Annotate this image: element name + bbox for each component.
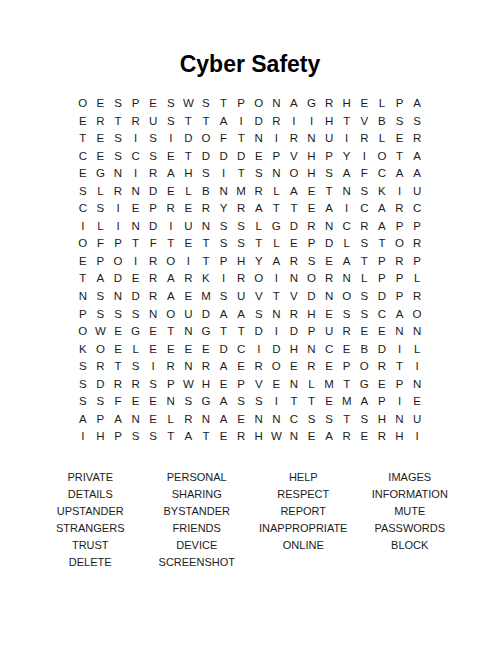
grid-cell-r2c14: I <box>303 113 321 131</box>
grid-cell-r8c16: C <box>338 218 356 236</box>
grid-cell-r7c16: I <box>338 200 356 218</box>
grid-cell-r2c11: D <box>250 113 268 131</box>
grid-cell-r9c16: L <box>338 235 356 253</box>
grid-cell-r14c3: E <box>109 323 127 341</box>
grid-cell-r19c7: R <box>180 411 198 429</box>
grid-cell-r10c12: A <box>268 253 286 271</box>
grid-cell-r9c5: F <box>144 235 162 253</box>
grid-cell-r5c13: O <box>285 165 303 183</box>
grid-cell-r4c7: T <box>180 148 198 166</box>
grid-cell-r16c17: O <box>356 358 374 376</box>
grid-cell-r17c6: P <box>162 376 180 394</box>
grid-cell-r11c6: A <box>162 270 180 288</box>
grid-cell-r14c7: N <box>180 323 198 341</box>
grid-cell-r20c4: S <box>127 428 145 446</box>
grid-cell-r13c5: N <box>144 306 162 324</box>
grid-cell-r10c2: P <box>92 253 110 271</box>
grid-cell-r11c20: L <box>408 270 426 288</box>
grid-cell-r16c4: S <box>127 358 145 376</box>
grid-cell-r6c12: L <box>268 183 286 201</box>
word-item-screenshot: SCREENSHOT <box>159 554 235 571</box>
grid-cell-r9c15: D <box>320 235 338 253</box>
word-item-mute: MUTE <box>394 503 425 520</box>
grid-cell-r7c18: A <box>373 200 391 218</box>
grid-cell-r3c15: U <box>320 130 338 148</box>
grid-cell-r2c3: T <box>109 113 127 131</box>
grid-cell-r8c1: I <box>74 218 92 236</box>
grid-cell-r2c16: T <box>338 113 356 131</box>
grid-cell-r7c12: T <box>268 200 286 218</box>
grid-cell-r15c7: E <box>180 341 198 359</box>
grid-cell-r13c7: U <box>180 306 198 324</box>
grid-cell-r11c17: L <box>356 270 374 288</box>
grid-cell-r9c1: O <box>74 235 92 253</box>
grid-cell-r5c14: H <box>303 165 321 183</box>
grid-cell-r6c17: S <box>356 183 374 201</box>
grid-cell-r4c17: I <box>356 148 374 166</box>
grid-cell-r13c4: S <box>127 306 145 324</box>
grid-cell-r7c5: P <box>144 200 162 218</box>
grid-cell-r8c12: G <box>268 218 286 236</box>
grid-cell-r5c9: I <box>215 165 233 183</box>
grid-cell-r6c14: E <box>303 183 321 201</box>
grid-cell-r2c12: R <box>268 113 286 131</box>
grid-cell-r1c4: P <box>127 95 145 113</box>
grid-cell-r13c18: C <box>373 306 391 324</box>
grid-cell-r1c19: P <box>391 95 409 113</box>
grid-cell-r10c18: P <box>373 253 391 271</box>
grid-cell-r2c9: A <box>215 113 233 131</box>
grid-cell-r10c15: E <box>320 253 338 271</box>
grid-cell-r9c19: O <box>391 235 409 253</box>
grid-cell-r4c3: S <box>109 148 127 166</box>
grid-cell-r2c6: S <box>162 113 180 131</box>
grid-cell-r14c4: G <box>127 323 145 341</box>
grid-cell-r15c14: N <box>303 341 321 359</box>
grid-cell-r4c15: P <box>320 148 338 166</box>
grid-cell-r5c4: I <box>127 165 145 183</box>
grid-cell-r11c13: N <box>285 270 303 288</box>
grid-cell-r16c14: R <box>303 358 321 376</box>
grid-cell-r9c13: E <box>285 235 303 253</box>
grid-cell-r8c6: I <box>162 218 180 236</box>
grid-cell-r14c13: D <box>285 323 303 341</box>
grid-cell-r19c10: E <box>232 411 250 429</box>
grid-cell-r3c11: N <box>250 130 268 148</box>
grid-cell-r5c17: F <box>356 165 374 183</box>
grid-cell-r8c5: D <box>144 218 162 236</box>
grid-cell-r3c18: L <box>373 130 391 148</box>
grid-cell-r11c5: R <box>144 270 162 288</box>
grid-cell-r13c8: D <box>197 306 215 324</box>
grid-cell-r20c7: A <box>180 428 198 446</box>
word-item-device: DEVICE <box>176 537 217 554</box>
grid-cell-r18c8: G <box>197 393 215 411</box>
grid-cell-r4c11: E <box>250 148 268 166</box>
grid-cell-r10c8: T <box>197 253 215 271</box>
word-item-private: PRIVATE <box>68 469 113 486</box>
grid-cell-r17c5: S <box>144 376 162 394</box>
grid-cell-r11c16: N <box>338 270 356 288</box>
grid-cell-r2c8: T <box>197 113 215 131</box>
grid-cell-r10c10: H <box>232 253 250 271</box>
grid-cell-r10c5: R <box>144 253 162 271</box>
grid-cell-r7c11: A <box>250 200 268 218</box>
grid-cell-r2c17: V <box>356 113 374 131</box>
grid-cell-r20c5: S <box>144 428 162 446</box>
grid-cell-r1c8: S <box>197 95 215 113</box>
grid-cell-r19c20: U <box>408 411 426 429</box>
grid-cell-r13c1: P <box>74 306 92 324</box>
grid-cell-r1c16: H <box>338 95 356 113</box>
word-item-report: REPORT <box>280 503 326 520</box>
grid-cell-r16c18: R <box>373 358 391 376</box>
grid-cell-r8c19: P <box>391 218 409 236</box>
grid-cell-r7c15: A <box>320 200 338 218</box>
grid-cell-r14c18: E <box>373 323 391 341</box>
grid-cell-r11c10: R <box>232 270 250 288</box>
word-list-column-3: HELPRESPECTREPORTINAPPROPRIATEONLINE <box>250 469 357 571</box>
grid-cell-r3c5: S <box>144 130 162 148</box>
grid-cell-r11c9: I <box>215 270 233 288</box>
grid-cell-r3c1: T <box>74 130 92 148</box>
grid-cell-r9c14: P <box>303 235 321 253</box>
word-item-block: BLOCK <box>391 537 428 554</box>
grid-cell-r15c12: D <box>268 341 286 359</box>
grid-cell-r5c7: H <box>180 165 198 183</box>
grid-cell-r18c12: I <box>268 393 286 411</box>
grid-cell-r16c11: R <box>250 358 268 376</box>
grid-cell-r4c10: D <box>232 148 250 166</box>
grid-cell-r2c4: R <box>127 113 145 131</box>
grid-cell-r20c11: H <box>250 428 268 446</box>
grid-cell-r18c18: P <box>373 393 391 411</box>
word-item-bystander: BYSTANDER <box>164 503 230 520</box>
grid-cell-r12c4: D <box>127 288 145 306</box>
grid-cell-r19c13: C <box>285 411 303 429</box>
grid-cell-r8c15: N <box>320 218 338 236</box>
grid-cell-r12c17: S <box>356 288 374 306</box>
grid-cell-r20c10: R <box>232 428 250 446</box>
grid-cell-r1c18: L <box>373 95 391 113</box>
grid-cell-r14c19: N <box>391 323 409 341</box>
word-item-images: IMAGES <box>388 469 431 486</box>
grid-cell-r19c16: T <box>338 411 356 429</box>
grid-cell-r20c20: I <box>408 428 426 446</box>
grid-cell-r17c19: P <box>391 376 409 394</box>
grid-cell-r2c10: I <box>232 113 250 131</box>
grid-cell-r5c1: E <box>74 165 92 183</box>
grid-cell-r8c4: N <box>127 218 145 236</box>
grid-cell-r10c16: A <box>338 253 356 271</box>
grid-cell-r10c1: E <box>74 253 92 271</box>
grid-cell-r7c9: Y <box>215 200 233 218</box>
grid-cell-r13c19: A <box>391 306 409 324</box>
grid-cell-r16c5: I <box>144 358 162 376</box>
grid-cell-r3c16: I <box>338 130 356 148</box>
grid-cell-r8c9: S <box>215 218 233 236</box>
grid-cell-r5c10: T <box>232 165 250 183</box>
grid-cell-r7c14: E <box>303 200 321 218</box>
grid-cell-r11c19: P <box>391 270 409 288</box>
grid-cell-r19c3: A <box>109 411 127 429</box>
grid-cell-r18c10: S <box>232 393 250 411</box>
grid-cell-r11c2: A <box>92 270 110 288</box>
grid-cell-r19c9: A <box>215 411 233 429</box>
grid-cell-r6c7: L <box>180 183 198 201</box>
grid-cell-r13c14: H <box>303 306 321 324</box>
grid-cell-r9c6: T <box>162 235 180 253</box>
grid-cell-r12c3: N <box>109 288 127 306</box>
grid-cell-r7c7: E <box>180 200 198 218</box>
grid-cell-r7c2: S <box>92 200 110 218</box>
grid-cell-r16c1: S <box>74 358 92 376</box>
grid-cell-r17c7: W <box>180 376 198 394</box>
grid-cell-r6c20: U <box>408 183 426 201</box>
grid-cell-r15c18: D <box>373 341 391 359</box>
grid-cell-r10c7: I <box>180 253 198 271</box>
grid-cell-r3c2: E <box>92 130 110 148</box>
grid-cell-r7c3: I <box>109 200 127 218</box>
grid-cell-r14c10: T <box>232 323 250 341</box>
word-item-passwords: PASSWORDS <box>374 520 445 537</box>
grid-cell-r16c3: T <box>109 358 127 376</box>
grid-cell-r6c11: R <box>250 183 268 201</box>
grid-cell-r12c9: S <box>215 288 233 306</box>
grid-cell-r20c1: I <box>74 428 92 446</box>
grid-cell-r6c1: S <box>74 183 92 201</box>
grid-cell-r10c3: O <box>109 253 127 271</box>
grid-cell-r9c8: T <box>197 235 215 253</box>
grid-cell-r19c14: S <box>303 411 321 429</box>
word-list-column-2: PERSONALSHARINGBYSTANDERFRIENDSDEVICESCR… <box>144 469 251 571</box>
grid-cell-r1c7: W <box>180 95 198 113</box>
grid-cell-r9c9: S <box>215 235 233 253</box>
grid-cell-r18c2: S <box>92 393 110 411</box>
grid-cell-r15c4: L <box>127 341 145 359</box>
grid-cell-r17c20: N <box>408 376 426 394</box>
grid-cell-r15c20: L <box>408 341 426 359</box>
grid-cell-r10c6: O <box>162 253 180 271</box>
grid-cell-r10c9: P <box>215 253 233 271</box>
grid-cell-r4c19: T <box>391 148 409 166</box>
grid-cell-r11c1: T <box>74 270 92 288</box>
grid-cell-r14c9: T <box>215 323 233 341</box>
grid-cell-r2c13: I <box>285 113 303 131</box>
grid-cell-r1c17: E <box>356 95 374 113</box>
grid-cell-r19c12: N <box>268 411 286 429</box>
grid-cell-r6c10: M <box>232 183 250 201</box>
word-list-column-1: PRIVATEDETAILSUPSTANDERSTRANGERSTRUSTDEL… <box>37 469 144 571</box>
grid-cell-r13c13: R <box>285 306 303 324</box>
grid-cell-r17c17: G <box>356 376 374 394</box>
grid-cell-r11c8: K <box>197 270 215 288</box>
grid-cell-r16c6: R <box>162 358 180 376</box>
grid-cell-r3c8: O <box>197 130 215 148</box>
grid-cell-r20c16: R <box>338 428 356 446</box>
grid-cell-r1c11: O <box>250 95 268 113</box>
grid-cell-r11c15: R <box>320 270 338 288</box>
grid-cell-r14c17: E <box>356 323 374 341</box>
grid-cell-r14c15: U <box>320 323 338 341</box>
grid-cell-r12c15: N <box>320 288 338 306</box>
grid-cell-r19c17: S <box>356 411 374 429</box>
grid-cell-r1c14: G <box>303 95 321 113</box>
grid-cell-r6c4: N <box>127 183 145 201</box>
grid-cell-r2c5: U <box>144 113 162 131</box>
grid-cell-r3c13: R <box>285 130 303 148</box>
grid-cell-r4c14: H <box>303 148 321 166</box>
grid-cell-r10c20: P <box>408 253 426 271</box>
grid-cell-r7c20: C <box>408 200 426 218</box>
grid-cell-r13c9: A <box>215 306 233 324</box>
grid-cell-r20c18: R <box>373 428 391 446</box>
puzzle-title: Cyber Safety <box>0 51 500 78</box>
grid-cell-r14c1: O <box>74 323 92 341</box>
grid-cell-r12c11: V <box>250 288 268 306</box>
grid-cell-r7c1: C <box>74 200 92 218</box>
grid-cell-r3c12: I <box>268 130 286 148</box>
grid-cell-r10c14: S <box>303 253 321 271</box>
word-item-inappropriate: INAPPROPRIATE <box>259 520 347 537</box>
grid-cell-r16c8: R <box>197 358 215 376</box>
grid-cell-r14c20: N <box>408 323 426 341</box>
grid-cell-r2c2: R <box>92 113 110 131</box>
grid-cell-r14c2: W <box>92 323 110 341</box>
grid-cell-r7c19: R <box>391 200 409 218</box>
grid-cell-r16c13: E <box>285 358 303 376</box>
grid-cell-r9c17: S <box>356 235 374 253</box>
grid-cell-r19c2: P <box>92 411 110 429</box>
grid-cell-r6c9: N <box>215 183 233 201</box>
grid-cell-r9c4: T <box>127 235 145 253</box>
grid-cell-r2c7: T <box>180 113 198 131</box>
grid-cell-r7c13: T <box>285 200 303 218</box>
grid-cell-r15c17: B <box>356 341 374 359</box>
grid-cell-r6c8: B <box>197 183 215 201</box>
grid-cell-r11c12: I <box>268 270 286 288</box>
grid-cell-r12c10: U <box>232 288 250 306</box>
grid-cell-r14c8: G <box>197 323 215 341</box>
grid-cell-r13c10: A <box>232 306 250 324</box>
grid-cell-r9c7: E <box>180 235 198 253</box>
word-search-grid: OESPESWSTPONAGRHELPAERTRUSTTAIDRIIHTVBSS… <box>74 95 426 446</box>
word-item-strangers: STRANGERS <box>56 520 124 537</box>
grid-cell-r20c3: P <box>109 428 127 446</box>
grid-cell-r18c14: T <box>303 393 321 411</box>
grid-cell-r14c14: P <box>303 323 321 341</box>
grid-cell-r15c9: D <box>215 341 233 359</box>
grid-cell-r9c11: T <box>250 235 268 253</box>
grid-cell-r3c19: E <box>391 130 409 148</box>
grid-cell-r6c18: K <box>373 183 391 201</box>
grid-cell-r15c10: C <box>232 341 250 359</box>
grid-cell-r9c18: T <box>373 235 391 253</box>
grid-cell-r17c11: V <box>250 376 268 394</box>
grid-cell-r18c15: E <box>320 393 338 411</box>
grid-cell-r13c11: S <box>250 306 268 324</box>
grid-cell-r14c16: R <box>338 323 356 341</box>
grid-cell-r3c20: R <box>408 130 426 148</box>
grid-cell-r3c6: I <box>162 130 180 148</box>
grid-cell-r4c18: O <box>373 148 391 166</box>
grid-cell-r20c19: H <box>391 428 409 446</box>
grid-cell-r11c4: E <box>127 270 145 288</box>
grid-cell-r8c17: R <box>356 218 374 236</box>
grid-cell-r13c12: N <box>268 306 286 324</box>
grid-cell-r11c7: R <box>180 270 198 288</box>
grid-cell-r2c1: E <box>74 113 92 131</box>
grid-cell-r9c2: F <box>92 235 110 253</box>
grid-cell-r5c12: N <box>268 165 286 183</box>
grid-cell-r2c18: B <box>373 113 391 131</box>
grid-cell-r5c6: A <box>162 165 180 183</box>
grid-cell-r20c12: W <box>268 428 286 446</box>
grid-cell-r15c19: I <box>391 341 409 359</box>
word-item-trust: TRUST <box>72 537 109 554</box>
grid-cell-r4c4: C <box>127 148 145 166</box>
grid-cell-r4c8: D <box>197 148 215 166</box>
grid-cell-r7c8: R <box>197 200 215 218</box>
grid-cell-r18c5: E <box>144 393 162 411</box>
grid-cell-r12c2: S <box>92 288 110 306</box>
grid-cell-r13c2: S <box>92 306 110 324</box>
grid-cell-r16c19: T <box>391 358 409 376</box>
word-item-respect: RESPECT <box>277 486 329 503</box>
grid-cell-r6c5: D <box>144 183 162 201</box>
word-item-help: HELP <box>289 469 318 486</box>
grid-cell-r13c15: E <box>320 306 338 324</box>
grid-cell-r15c5: E <box>144 341 162 359</box>
grid-cell-r18c13: T <box>285 393 303 411</box>
grid-cell-r5c18: C <box>373 165 391 183</box>
grid-cell-r19c15: S <box>320 411 338 429</box>
grid-cell-r18c20: E <box>408 393 426 411</box>
grid-cell-r1c15: R <box>320 95 338 113</box>
word-item-online: ONLINE <box>283 537 324 554</box>
word-list: PRIVATEDETAILSUPSTANDERSTRANGERSTRUSTDEL… <box>37 469 463 571</box>
grid-cell-r5c16: A <box>338 165 356 183</box>
word-item-details: DETAILS <box>68 486 113 503</box>
grid-cell-r6c3: R <box>109 183 127 201</box>
word-item-personal: PERSONAL <box>167 469 227 486</box>
grid-cell-r19c18: H <box>373 411 391 429</box>
grid-cell-r8c14: R <box>303 218 321 236</box>
grid-cell-r19c4: N <box>127 411 145 429</box>
grid-cell-r17c2: D <box>92 376 110 394</box>
grid-cell-r16c12: O <box>268 358 286 376</box>
grid-cell-r12c18: D <box>373 288 391 306</box>
grid-cell-r2c20: S <box>408 113 426 131</box>
grid-cell-r2c19: S <box>391 113 409 131</box>
grid-cell-r19c11: N <box>250 411 268 429</box>
grid-cell-r9c10: S <box>232 235 250 253</box>
grid-cell-r15c15: C <box>320 341 338 359</box>
grid-cell-r4c5: S <box>144 148 162 166</box>
grid-cell-r4c1: C <box>74 148 92 166</box>
grid-cell-r12c8: M <box>197 288 215 306</box>
grid-cell-r2c15: H <box>320 113 338 131</box>
grid-cell-r5c2: G <box>92 165 110 183</box>
grid-cell-r14c5: E <box>144 323 162 341</box>
grid-cell-r18c11: S <box>250 393 268 411</box>
grid-cell-r16c7: N <box>180 358 198 376</box>
grid-cell-r1c12: N <box>268 95 286 113</box>
grid-cell-r3c7: D <box>180 130 198 148</box>
grid-cell-r15c2: O <box>92 341 110 359</box>
grid-cell-r10c13: R <box>285 253 303 271</box>
grid-cell-r16c20: I <box>408 358 426 376</box>
